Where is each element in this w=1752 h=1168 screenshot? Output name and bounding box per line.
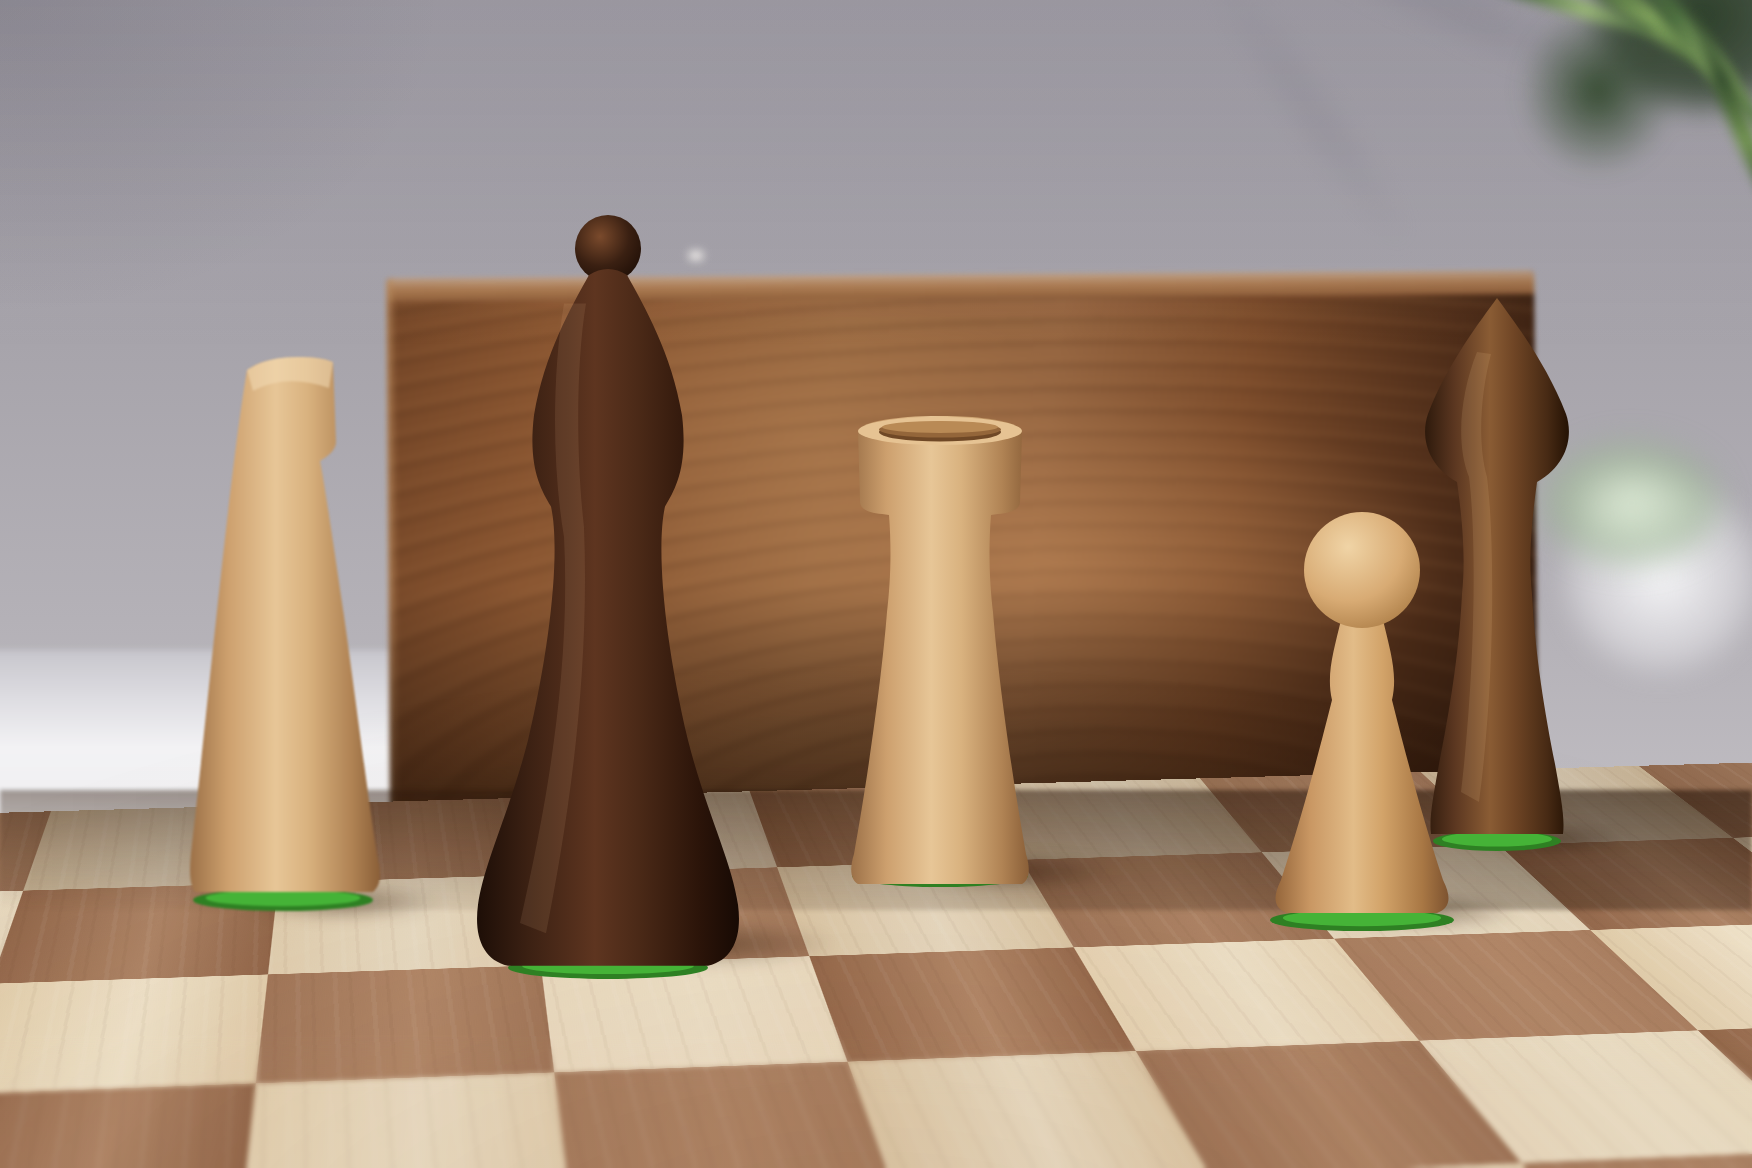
piece-contact-shadow [516, 912, 888, 976]
piece-shadows [0, 0, 1752, 1168]
piece-contact-shadow [1445, 818, 1660, 860]
piece-contact-shadow [195, 876, 485, 928]
piece-contact-shadow [1288, 888, 1558, 936]
piece-contact-shadow [870, 846, 1160, 898]
chess-photo-scene: ♘ ♛ ♖ ♙ [0, 0, 1752, 1168]
near-depth-blur [0, 1035, 1752, 1168]
